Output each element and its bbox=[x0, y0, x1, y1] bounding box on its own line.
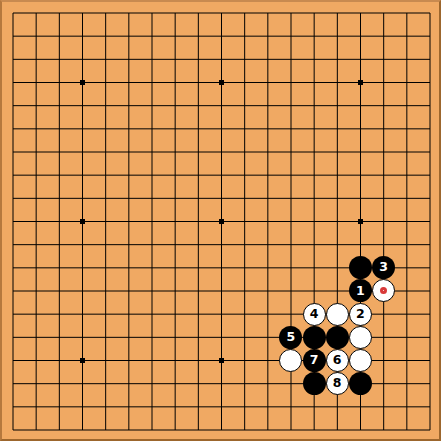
board-point[interactable] bbox=[349, 1, 372, 24]
board-point[interactable] bbox=[164, 94, 187, 117]
board-point[interactable] bbox=[418, 71, 441, 94]
board-point[interactable] bbox=[164, 140, 187, 163]
board-point[interactable] bbox=[210, 233, 233, 256]
board-point[interactable] bbox=[117, 71, 140, 94]
board-point[interactable] bbox=[302, 210, 325, 233]
board-point[interactable] bbox=[256, 326, 279, 349]
board-point[interactable] bbox=[256, 94, 279, 117]
board-point[interactable] bbox=[372, 164, 395, 187]
board-point[interactable] bbox=[187, 48, 210, 71]
board-point[interactable] bbox=[233, 140, 256, 163]
board-point[interactable] bbox=[210, 256, 233, 279]
board-point[interactable] bbox=[395, 302, 418, 325]
board-point[interactable]: 6 bbox=[326, 349, 349, 372]
board-point[interactable] bbox=[71, 349, 94, 372]
board-point[interactable] bbox=[1, 372, 24, 395]
board-point[interactable] bbox=[233, 1, 256, 24]
board-point[interactable] bbox=[279, 164, 302, 187]
board-point[interactable] bbox=[117, 349, 140, 372]
board-point[interactable] bbox=[418, 48, 441, 71]
board-point[interactable] bbox=[349, 326, 372, 349]
board-point[interactable] bbox=[233, 94, 256, 117]
board-point[interactable] bbox=[71, 326, 94, 349]
board-point[interactable] bbox=[256, 372, 279, 395]
board-point[interactable] bbox=[302, 326, 325, 349]
board-point[interactable] bbox=[1, 210, 24, 233]
board-point[interactable] bbox=[187, 372, 210, 395]
board-point[interactable] bbox=[256, 1, 279, 24]
board-point[interactable] bbox=[71, 418, 94, 441]
board-point[interactable] bbox=[256, 279, 279, 302]
board-point[interactable] bbox=[418, 117, 441, 140]
board-point[interactable] bbox=[279, 256, 302, 279]
board-point[interactable] bbox=[326, 94, 349, 117]
board-point[interactable] bbox=[395, 372, 418, 395]
board-point[interactable] bbox=[395, 117, 418, 140]
board-point[interactable] bbox=[302, 71, 325, 94]
board-point[interactable] bbox=[1, 187, 24, 210]
board-point[interactable] bbox=[302, 117, 325, 140]
board-point[interactable] bbox=[372, 349, 395, 372]
board-point[interactable] bbox=[279, 395, 302, 418]
board-point[interactable] bbox=[71, 117, 94, 140]
board-point[interactable] bbox=[71, 71, 94, 94]
board-point[interactable] bbox=[48, 187, 71, 210]
board-point[interactable] bbox=[94, 418, 117, 441]
board-point[interactable] bbox=[117, 372, 140, 395]
board-point[interactable] bbox=[25, 210, 48, 233]
board-point[interactable] bbox=[256, 117, 279, 140]
board-point[interactable] bbox=[256, 256, 279, 279]
board-point[interactable] bbox=[117, 279, 140, 302]
board-point[interactable] bbox=[349, 164, 372, 187]
board-point[interactable] bbox=[302, 233, 325, 256]
board-point[interactable] bbox=[233, 164, 256, 187]
board-point[interactable] bbox=[233, 71, 256, 94]
board-point[interactable] bbox=[25, 187, 48, 210]
board-point[interactable] bbox=[395, 233, 418, 256]
board-point[interactable] bbox=[1, 349, 24, 372]
board-point[interactable] bbox=[140, 48, 163, 71]
board-point[interactable] bbox=[395, 187, 418, 210]
board-point[interactable] bbox=[210, 418, 233, 441]
board-point[interactable] bbox=[372, 418, 395, 441]
board-point[interactable] bbox=[302, 395, 325, 418]
board-point[interactable] bbox=[94, 71, 117, 94]
board-point[interactable] bbox=[164, 48, 187, 71]
board-point[interactable] bbox=[210, 349, 233, 372]
board-point[interactable] bbox=[210, 210, 233, 233]
board-point[interactable] bbox=[164, 71, 187, 94]
board-point[interactable] bbox=[279, 71, 302, 94]
board-point[interactable] bbox=[326, 25, 349, 48]
board-point[interactable] bbox=[256, 48, 279, 71]
board-point[interactable] bbox=[117, 164, 140, 187]
board-point[interactable] bbox=[210, 326, 233, 349]
board-point[interactable]: 5 bbox=[279, 326, 302, 349]
board-point[interactable] bbox=[140, 164, 163, 187]
board-point[interactable] bbox=[210, 71, 233, 94]
board-point[interactable] bbox=[94, 25, 117, 48]
board-point[interactable] bbox=[279, 48, 302, 71]
board-point[interactable] bbox=[187, 302, 210, 325]
board-point[interactable] bbox=[187, 71, 210, 94]
board-point[interactable] bbox=[1, 418, 24, 441]
board-point[interactable] bbox=[25, 164, 48, 187]
board-point[interactable] bbox=[210, 279, 233, 302]
board-point[interactable] bbox=[94, 279, 117, 302]
board-point[interactable] bbox=[279, 25, 302, 48]
board-point[interactable] bbox=[25, 256, 48, 279]
board-point[interactable] bbox=[233, 418, 256, 441]
board-point[interactable] bbox=[1, 25, 24, 48]
board-point[interactable] bbox=[279, 418, 302, 441]
board-point[interactable] bbox=[71, 372, 94, 395]
board-point[interactable] bbox=[140, 256, 163, 279]
board-point[interactable] bbox=[187, 395, 210, 418]
board-point[interactable] bbox=[210, 372, 233, 395]
board-point[interactable] bbox=[94, 349, 117, 372]
board-point[interactable] bbox=[395, 140, 418, 163]
board-point[interactable] bbox=[349, 395, 372, 418]
board-point[interactable] bbox=[349, 187, 372, 210]
board-point[interactable] bbox=[210, 25, 233, 48]
board-point[interactable] bbox=[48, 302, 71, 325]
board-point[interactable] bbox=[164, 210, 187, 233]
board-point[interactable] bbox=[25, 71, 48, 94]
board-point[interactable] bbox=[48, 372, 71, 395]
board-point[interactable] bbox=[25, 117, 48, 140]
board-point[interactable] bbox=[164, 302, 187, 325]
board-point[interactable] bbox=[302, 48, 325, 71]
board-point[interactable] bbox=[164, 395, 187, 418]
board-point[interactable] bbox=[94, 1, 117, 24]
board-point[interactable] bbox=[395, 164, 418, 187]
board-point[interactable] bbox=[418, 210, 441, 233]
board-point[interactable] bbox=[117, 1, 140, 24]
board-point[interactable] bbox=[94, 164, 117, 187]
board-point[interactable] bbox=[233, 256, 256, 279]
board-point[interactable]: 8 bbox=[326, 372, 349, 395]
board-point[interactable] bbox=[395, 25, 418, 48]
board-point[interactable] bbox=[418, 256, 441, 279]
board-point[interactable] bbox=[1, 302, 24, 325]
board-point[interactable] bbox=[418, 1, 441, 24]
board-point[interactable] bbox=[349, 117, 372, 140]
board-point[interactable] bbox=[71, 187, 94, 210]
board-point[interactable] bbox=[256, 302, 279, 325]
board-point[interactable] bbox=[349, 48, 372, 71]
board-point[interactable] bbox=[48, 48, 71, 71]
board-point[interactable] bbox=[395, 210, 418, 233]
board-point[interactable] bbox=[71, 302, 94, 325]
board-point[interactable] bbox=[48, 210, 71, 233]
board-point[interactable] bbox=[187, 210, 210, 233]
board-point[interactable] bbox=[210, 164, 233, 187]
board-point[interactable] bbox=[349, 71, 372, 94]
board-point[interactable] bbox=[279, 210, 302, 233]
board-point[interactable] bbox=[395, 279, 418, 302]
board-point[interactable] bbox=[233, 326, 256, 349]
board-point[interactable] bbox=[140, 117, 163, 140]
board-point[interactable] bbox=[164, 187, 187, 210]
board-point[interactable] bbox=[164, 1, 187, 24]
board-point[interactable] bbox=[25, 302, 48, 325]
board-point[interactable] bbox=[48, 140, 71, 163]
board-point[interactable] bbox=[1, 140, 24, 163]
board-point[interactable] bbox=[326, 233, 349, 256]
board-point[interactable] bbox=[187, 25, 210, 48]
board-point[interactable] bbox=[302, 25, 325, 48]
board-point[interactable] bbox=[279, 94, 302, 117]
board-point[interactable] bbox=[187, 256, 210, 279]
board-point[interactable] bbox=[326, 1, 349, 24]
board-point[interactable] bbox=[302, 94, 325, 117]
board-point[interactable] bbox=[326, 140, 349, 163]
board-point[interactable] bbox=[187, 418, 210, 441]
board-point[interactable] bbox=[48, 395, 71, 418]
board-point[interactable] bbox=[418, 349, 441, 372]
board-point[interactable] bbox=[1, 71, 24, 94]
board-point[interactable] bbox=[418, 164, 441, 187]
board-point[interactable] bbox=[279, 302, 302, 325]
board-point[interactable] bbox=[326, 210, 349, 233]
board-point[interactable] bbox=[256, 418, 279, 441]
board-point[interactable] bbox=[25, 349, 48, 372]
board-point[interactable] bbox=[94, 256, 117, 279]
board-point[interactable] bbox=[256, 187, 279, 210]
board-point[interactable] bbox=[164, 117, 187, 140]
board-point[interactable] bbox=[48, 1, 71, 24]
board-point[interactable] bbox=[25, 48, 48, 71]
board-point[interactable] bbox=[48, 94, 71, 117]
board-point[interactable] bbox=[372, 326, 395, 349]
board-point[interactable] bbox=[187, 326, 210, 349]
board-point[interactable] bbox=[140, 349, 163, 372]
board-point[interactable] bbox=[349, 256, 372, 279]
board-point[interactable] bbox=[302, 164, 325, 187]
board-point[interactable] bbox=[233, 48, 256, 71]
board-point[interactable] bbox=[1, 395, 24, 418]
board-point[interactable] bbox=[372, 372, 395, 395]
board-point[interactable] bbox=[1, 117, 24, 140]
board-point[interactable] bbox=[48, 326, 71, 349]
board-point[interactable] bbox=[302, 256, 325, 279]
board-point[interactable] bbox=[140, 279, 163, 302]
board-point[interactable] bbox=[395, 395, 418, 418]
board-point[interactable] bbox=[372, 210, 395, 233]
board-point[interactable] bbox=[256, 25, 279, 48]
board-point[interactable] bbox=[279, 349, 302, 372]
board-point[interactable] bbox=[326, 302, 349, 325]
board-point[interactable] bbox=[117, 256, 140, 279]
board-point[interactable] bbox=[279, 279, 302, 302]
board-point[interactable] bbox=[187, 140, 210, 163]
board-point[interactable] bbox=[349, 372, 372, 395]
board-point[interactable] bbox=[117, 418, 140, 441]
board-point[interactable] bbox=[372, 48, 395, 71]
board-point[interactable] bbox=[164, 256, 187, 279]
board-point[interactable]: 3 bbox=[372, 256, 395, 279]
board-point[interactable] bbox=[48, 233, 71, 256]
board-point[interactable] bbox=[210, 302, 233, 325]
board-point[interactable] bbox=[140, 94, 163, 117]
board-point[interactable] bbox=[326, 326, 349, 349]
board-point[interactable] bbox=[233, 187, 256, 210]
board-point[interactable] bbox=[164, 349, 187, 372]
board-point[interactable] bbox=[418, 187, 441, 210]
board-point[interactable] bbox=[117, 140, 140, 163]
board-point[interactable] bbox=[372, 117, 395, 140]
board-point[interactable] bbox=[94, 48, 117, 71]
board-point[interactable] bbox=[164, 326, 187, 349]
board-point[interactable]: 4 bbox=[302, 302, 325, 325]
board-point[interactable] bbox=[48, 349, 71, 372]
board-point[interactable] bbox=[372, 279, 395, 302]
board-point[interactable] bbox=[140, 233, 163, 256]
board-point[interactable] bbox=[418, 418, 441, 441]
board-point[interactable] bbox=[48, 418, 71, 441]
board-point[interactable] bbox=[140, 326, 163, 349]
board-point[interactable] bbox=[372, 94, 395, 117]
board-point[interactable] bbox=[94, 94, 117, 117]
board-point[interactable] bbox=[187, 164, 210, 187]
board-point[interactable] bbox=[395, 1, 418, 24]
board-point[interactable] bbox=[233, 302, 256, 325]
board-point[interactable] bbox=[187, 117, 210, 140]
board-point[interactable] bbox=[302, 1, 325, 24]
board-point[interactable] bbox=[187, 94, 210, 117]
board-point[interactable] bbox=[140, 210, 163, 233]
board-point[interactable] bbox=[25, 326, 48, 349]
board-point[interactable] bbox=[256, 210, 279, 233]
board-point[interactable] bbox=[140, 418, 163, 441]
board-point[interactable] bbox=[210, 187, 233, 210]
board-point[interactable] bbox=[94, 117, 117, 140]
board-point[interactable] bbox=[372, 25, 395, 48]
board-point[interactable] bbox=[164, 418, 187, 441]
board-point[interactable] bbox=[326, 48, 349, 71]
board-point[interactable] bbox=[187, 279, 210, 302]
board-point[interactable] bbox=[71, 279, 94, 302]
board-point[interactable] bbox=[25, 25, 48, 48]
board-point[interactable] bbox=[326, 71, 349, 94]
board-point[interactable] bbox=[48, 71, 71, 94]
board-point[interactable] bbox=[326, 187, 349, 210]
board-point[interactable] bbox=[302, 140, 325, 163]
board-point[interactable] bbox=[349, 349, 372, 372]
board-point[interactable] bbox=[372, 1, 395, 24]
board-point[interactable] bbox=[71, 140, 94, 163]
board-point[interactable] bbox=[395, 349, 418, 372]
board-point[interactable] bbox=[71, 164, 94, 187]
board-point[interactable] bbox=[233, 349, 256, 372]
board-point[interactable]: 1 bbox=[349, 279, 372, 302]
board-point[interactable] bbox=[279, 117, 302, 140]
board-point[interactable] bbox=[164, 372, 187, 395]
board-point[interactable] bbox=[372, 395, 395, 418]
board-point[interactable] bbox=[279, 233, 302, 256]
board-point[interactable] bbox=[326, 418, 349, 441]
board-point[interactable] bbox=[117, 326, 140, 349]
board-point[interactable] bbox=[117, 233, 140, 256]
board-point[interactable] bbox=[302, 279, 325, 302]
board-point[interactable] bbox=[326, 256, 349, 279]
board-point[interactable] bbox=[349, 25, 372, 48]
board-point[interactable] bbox=[1, 48, 24, 71]
board-point[interactable] bbox=[418, 326, 441, 349]
board-point[interactable] bbox=[418, 279, 441, 302]
board-point[interactable] bbox=[25, 372, 48, 395]
board-point[interactable] bbox=[349, 140, 372, 163]
board-point[interactable] bbox=[25, 140, 48, 163]
board-point[interactable] bbox=[395, 48, 418, 71]
board-point[interactable] bbox=[140, 1, 163, 24]
board-point[interactable]: 2 bbox=[349, 302, 372, 325]
board-point[interactable] bbox=[25, 418, 48, 441]
board-point[interactable] bbox=[117, 187, 140, 210]
board-point[interactable] bbox=[71, 48, 94, 71]
board-point[interactable] bbox=[94, 210, 117, 233]
board-point[interactable] bbox=[164, 233, 187, 256]
board-point[interactable] bbox=[210, 117, 233, 140]
board-point[interactable] bbox=[302, 187, 325, 210]
board-point[interactable] bbox=[187, 187, 210, 210]
board-point[interactable] bbox=[349, 210, 372, 233]
board-point[interactable] bbox=[279, 372, 302, 395]
board-point[interactable] bbox=[117, 395, 140, 418]
board-point[interactable] bbox=[256, 71, 279, 94]
board-point[interactable] bbox=[372, 233, 395, 256]
board-point[interactable] bbox=[94, 395, 117, 418]
board-point[interactable] bbox=[94, 372, 117, 395]
board-point[interactable] bbox=[71, 233, 94, 256]
board-point[interactable] bbox=[140, 372, 163, 395]
board-point[interactable] bbox=[140, 71, 163, 94]
board-point[interactable] bbox=[140, 395, 163, 418]
board-point[interactable] bbox=[25, 1, 48, 24]
board-point[interactable] bbox=[418, 395, 441, 418]
board-point[interactable] bbox=[71, 210, 94, 233]
board-point[interactable] bbox=[117, 94, 140, 117]
board-point[interactable] bbox=[1, 233, 24, 256]
board-point[interactable] bbox=[117, 117, 140, 140]
board-point[interactable] bbox=[256, 140, 279, 163]
board-point[interactable] bbox=[279, 1, 302, 24]
board-point[interactable] bbox=[233, 25, 256, 48]
board-point[interactable] bbox=[233, 210, 256, 233]
board-point[interactable]: 7 bbox=[302, 349, 325, 372]
board-point[interactable] bbox=[372, 71, 395, 94]
board-point[interactable] bbox=[1, 256, 24, 279]
board-point[interactable] bbox=[256, 349, 279, 372]
board-point[interactable] bbox=[140, 187, 163, 210]
board-point[interactable] bbox=[210, 48, 233, 71]
board-point[interactable] bbox=[117, 48, 140, 71]
board-point[interactable] bbox=[233, 372, 256, 395]
board-point[interactable] bbox=[326, 395, 349, 418]
board-point[interactable] bbox=[418, 25, 441, 48]
board-point[interactable] bbox=[233, 395, 256, 418]
board-point[interactable] bbox=[25, 279, 48, 302]
board-point[interactable] bbox=[418, 233, 441, 256]
board-point[interactable] bbox=[164, 25, 187, 48]
board-point[interactable] bbox=[395, 256, 418, 279]
board-point[interactable] bbox=[71, 256, 94, 279]
board-point[interactable] bbox=[25, 395, 48, 418]
board-point[interactable] bbox=[117, 25, 140, 48]
board-point[interactable] bbox=[94, 326, 117, 349]
